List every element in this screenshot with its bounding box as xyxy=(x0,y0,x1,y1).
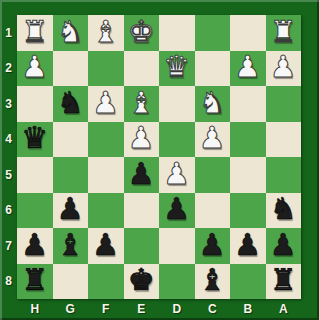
square-a8[interactable]: ♜ xyxy=(266,264,302,300)
black-pawn-icon[interactable]: ♟ xyxy=(234,230,261,260)
file-label-c: C xyxy=(195,299,231,320)
rank-labels: 12345678 xyxy=(0,15,17,299)
square-d2[interactable]: ♛ xyxy=(159,51,195,87)
square-a3[interactable] xyxy=(266,86,302,122)
rank-label-4: 4 xyxy=(0,122,17,158)
white-pawn-icon[interactable]: ♟ xyxy=(163,159,190,189)
square-g8[interactable] xyxy=(53,264,89,300)
black-pawn-icon[interactable]: ♟ xyxy=(163,194,190,224)
black-pawn-icon[interactable]: ♟ xyxy=(199,230,226,260)
square-e6[interactable] xyxy=(124,193,160,229)
square-h6[interactable] xyxy=(17,193,53,229)
square-d8[interactable] xyxy=(159,264,195,300)
white-pawn-icon[interactable]: ♟ xyxy=(270,52,297,82)
black-pawn-icon[interactable]: ♟ xyxy=(270,230,297,260)
black-pawn-icon[interactable]: ♟ xyxy=(128,159,155,189)
rank-label-7: 7 xyxy=(0,228,17,264)
square-f2[interactable] xyxy=(88,51,124,87)
square-h4[interactable]: ♛ xyxy=(17,122,53,158)
square-d1[interactable] xyxy=(159,15,195,51)
square-f5[interactable] xyxy=(88,157,124,193)
black-queen-icon[interactable]: ♛ xyxy=(21,123,48,153)
file-labels: HGFEDCBA xyxy=(17,299,301,320)
black-pawn-icon[interactable]: ♟ xyxy=(21,230,48,260)
square-a4[interactable] xyxy=(266,122,302,158)
square-b5[interactable] xyxy=(230,157,266,193)
square-a6[interactable]: ♞ xyxy=(266,193,302,229)
white-pawn-icon[interactable]: ♟ xyxy=(234,52,261,82)
file-label-b: B xyxy=(230,299,266,320)
square-c3[interactable]: ♞ xyxy=(195,86,231,122)
white-pawn-icon[interactable]: ♟ xyxy=(21,52,48,82)
square-e3[interactable]: ♝ xyxy=(124,86,160,122)
black-rook-icon[interactable]: ♜ xyxy=(21,265,48,295)
file-label-a: A xyxy=(266,299,302,320)
square-d6[interactable]: ♟ xyxy=(159,193,195,229)
file-label-f: F xyxy=(88,299,124,320)
square-e4[interactable]: ♟ xyxy=(124,122,160,158)
square-f8[interactable] xyxy=(88,264,124,300)
square-f3[interactable]: ♟ xyxy=(88,86,124,122)
square-f1[interactable]: ♝ xyxy=(88,15,124,51)
square-e5[interactable]: ♟ xyxy=(124,157,160,193)
white-knight-icon[interactable]: ♞ xyxy=(57,17,84,47)
square-b8[interactable] xyxy=(230,264,266,300)
black-bishop-icon[interactable]: ♝ xyxy=(199,265,226,295)
square-g7[interactable]: ♝ xyxy=(53,228,89,264)
rank-label-2: 2 xyxy=(0,51,17,87)
square-c2[interactable] xyxy=(195,51,231,87)
black-pawn-icon[interactable]: ♟ xyxy=(57,194,84,224)
chess-board-widget: 12345678 ♜♞♝♚♜♟♛♟♟♞♟♝♞♛♟♟♟♟♟♟♞♟♝♟♟♟♟♜♚♝♜… xyxy=(0,0,319,320)
square-g2[interactable] xyxy=(53,51,89,87)
square-d5[interactable]: ♟ xyxy=(159,157,195,193)
black-knight-icon[interactable]: ♞ xyxy=(270,194,297,224)
square-h1[interactable]: ♜ xyxy=(17,15,53,51)
square-f4[interactable] xyxy=(88,122,124,158)
black-king-icon[interactable]: ♚ xyxy=(128,265,155,295)
square-g3[interactable]: ♞ xyxy=(53,86,89,122)
square-c8[interactable]: ♝ xyxy=(195,264,231,300)
square-d7[interactable] xyxy=(159,228,195,264)
chess-board[interactable]: ♜♞♝♚♜♟♛♟♟♞♟♝♞♛♟♟♟♟♟♟♞♟♝♟♟♟♟♜♚♝♜ xyxy=(17,15,301,299)
square-e8[interactable]: ♚ xyxy=(124,264,160,300)
file-label-g: G xyxy=(53,299,89,320)
white-bishop-icon[interactable]: ♝ xyxy=(92,17,119,47)
black-pawn-icon[interactable]: ♟ xyxy=(92,230,119,260)
white-pawn-icon[interactable]: ♟ xyxy=(128,123,155,153)
square-c4[interactable]: ♟ xyxy=(195,122,231,158)
white-rook-icon[interactable]: ♜ xyxy=(21,17,48,47)
square-b3[interactable] xyxy=(230,86,266,122)
square-b7[interactable]: ♟ xyxy=(230,228,266,264)
white-pawn-icon[interactable]: ♟ xyxy=(199,123,226,153)
white-rook-icon[interactable]: ♜ xyxy=(270,17,297,47)
square-g6[interactable]: ♟ xyxy=(53,193,89,229)
rank-label-3: 3 xyxy=(0,86,17,122)
black-bishop-icon[interactable]: ♝ xyxy=(57,230,84,260)
square-c1[interactable] xyxy=(195,15,231,51)
square-h3[interactable] xyxy=(17,86,53,122)
white-pawn-icon[interactable]: ♟ xyxy=(92,88,119,118)
square-g4[interactable] xyxy=(53,122,89,158)
square-a5[interactable] xyxy=(266,157,302,193)
square-e2[interactable] xyxy=(124,51,160,87)
square-a1[interactable]: ♜ xyxy=(266,15,302,51)
square-g5[interactable] xyxy=(53,157,89,193)
file-label-h: H xyxy=(17,299,53,320)
square-c5[interactable] xyxy=(195,157,231,193)
square-e1[interactable]: ♚ xyxy=(124,15,160,51)
white-bishop-icon[interactable]: ♝ xyxy=(128,88,155,118)
square-h7[interactable]: ♟ xyxy=(17,228,53,264)
file-label-d: D xyxy=(159,299,195,320)
rank-label-5: 5 xyxy=(0,157,17,193)
black-knight-icon[interactable]: ♞ xyxy=(57,88,84,118)
square-h5[interactable] xyxy=(17,157,53,193)
square-c6[interactable] xyxy=(195,193,231,229)
square-d3[interactable] xyxy=(159,86,195,122)
square-g1[interactable]: ♞ xyxy=(53,15,89,51)
square-b1[interactable] xyxy=(230,15,266,51)
square-a7[interactable]: ♟ xyxy=(266,228,302,264)
rank-label-8: 8 xyxy=(0,264,17,300)
square-f7[interactable]: ♟ xyxy=(88,228,124,264)
black-rook-icon[interactable]: ♜ xyxy=(270,265,297,295)
square-b2[interactable]: ♟ xyxy=(230,51,266,87)
rank-label-6: 6 xyxy=(0,193,17,229)
white-queen-icon[interactable]: ♛ xyxy=(163,52,190,82)
square-f6[interactable] xyxy=(88,193,124,229)
square-h8[interactable]: ♜ xyxy=(17,264,53,300)
square-c7[interactable]: ♟ xyxy=(195,228,231,264)
square-b4[interactable] xyxy=(230,122,266,158)
file-label-e: E xyxy=(124,299,160,320)
square-a2[interactable]: ♟ xyxy=(266,51,302,87)
square-e7[interactable] xyxy=(124,228,160,264)
white-knight-icon[interactable]: ♞ xyxy=(199,88,226,118)
rank-label-1: 1 xyxy=(0,15,17,51)
square-d4[interactable] xyxy=(159,122,195,158)
square-b6[interactable] xyxy=(230,193,266,229)
square-h2[interactable]: ♟ xyxy=(17,51,53,87)
white-king-icon[interactable]: ♚ xyxy=(128,17,155,47)
